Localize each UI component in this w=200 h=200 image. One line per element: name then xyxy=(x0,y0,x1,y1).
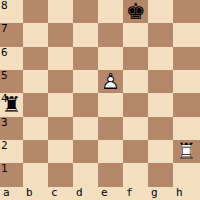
square-b6[interactable] xyxy=(23,47,48,70)
square-b7[interactable] xyxy=(23,23,48,46)
file-strip-b: b xyxy=(23,187,48,200)
square-g2[interactable] xyxy=(148,140,173,163)
square-a7[interactable]: 7 xyxy=(0,23,23,46)
file-label-b: b xyxy=(23,187,33,199)
file-strip-d: d xyxy=(73,187,98,200)
square-d4[interactable] xyxy=(73,93,98,116)
square-f3[interactable] xyxy=(123,117,148,140)
square-b2[interactable] xyxy=(23,140,48,163)
square-h4[interactable] xyxy=(173,93,200,116)
square-a5[interactable]: 5 xyxy=(0,70,23,93)
square-a1[interactable]: 1 xyxy=(0,163,23,186)
rank-label-4: 4 xyxy=(1,93,8,105)
square-h5[interactable] xyxy=(173,70,200,93)
square-e8[interactable] xyxy=(98,0,123,23)
square-c1[interactable] xyxy=(48,163,73,186)
square-f4[interactable] xyxy=(123,93,148,116)
rank-label-5: 5 xyxy=(1,70,8,82)
square-h1[interactable] xyxy=(173,163,200,186)
white-pawn[interactable]: ♟♙ xyxy=(101,71,121,93)
rank-label-1: 1 xyxy=(1,163,8,175)
square-d7[interactable] xyxy=(73,23,98,46)
square-b8[interactable] xyxy=(23,0,48,23)
file-label-d: d xyxy=(73,187,83,199)
file-label-h: h xyxy=(173,187,183,199)
square-f6[interactable] xyxy=(123,47,148,70)
square-c8[interactable] xyxy=(48,0,73,23)
square-e6[interactable] xyxy=(98,47,123,70)
file-label-e: e xyxy=(98,187,108,199)
square-c4[interactable] xyxy=(48,93,73,116)
square-d6[interactable] xyxy=(73,47,98,70)
square-f2[interactable] xyxy=(123,140,148,163)
white-rook[interactable]: ♜♖ xyxy=(177,141,197,163)
square-a8[interactable]: 8 xyxy=(0,0,23,23)
square-c5[interactable] xyxy=(48,70,73,93)
square-e7[interactable] xyxy=(98,23,123,46)
square-d2[interactable] xyxy=(73,140,98,163)
square-b3[interactable] xyxy=(23,117,48,140)
square-h2[interactable]: ♜♖ xyxy=(173,140,200,163)
white-rook-outline: ♖ xyxy=(177,139,197,164)
square-h7[interactable] xyxy=(173,23,200,46)
rank-label-3: 3 xyxy=(1,117,8,129)
file-strip-e: e xyxy=(98,187,123,200)
square-h3[interactable] xyxy=(173,117,200,140)
square-g3[interactable] xyxy=(148,117,173,140)
rank-label-6: 6 xyxy=(1,47,8,59)
square-e1[interactable] xyxy=(98,163,123,186)
black-king[interactable]: ♚ xyxy=(126,1,146,23)
square-e4[interactable] xyxy=(98,93,123,116)
square-c2[interactable] xyxy=(48,140,73,163)
square-f1[interactable] xyxy=(123,163,148,186)
square-e3[interactable] xyxy=(98,117,123,140)
square-d3[interactable] xyxy=(73,117,98,140)
file-label-a: a xyxy=(0,187,10,199)
chess-board: 8♚765♟♙4♜32♜♖1abcdefgh xyxy=(0,0,200,200)
square-g1[interactable] xyxy=(148,163,173,186)
file-strip-h: h xyxy=(173,187,200,200)
square-h6[interactable] xyxy=(173,47,200,70)
file-label-f: f xyxy=(123,187,133,199)
rank-label-8: 8 xyxy=(1,0,8,12)
square-e5[interactable]: ♟♙ xyxy=(98,70,123,93)
square-b5[interactable] xyxy=(23,70,48,93)
file-strip-f: f xyxy=(123,187,148,200)
file-strip-g: g xyxy=(148,187,173,200)
square-c7[interactable] xyxy=(48,23,73,46)
square-a4[interactable]: 4♜ xyxy=(0,93,23,116)
square-g8[interactable] xyxy=(148,0,173,23)
square-a2[interactable]: 2 xyxy=(0,140,23,163)
square-b4[interactable] xyxy=(23,93,48,116)
square-f8[interactable]: ♚ xyxy=(123,0,148,23)
file-strip-c: c xyxy=(48,187,73,200)
square-c3[interactable] xyxy=(48,117,73,140)
square-d8[interactable] xyxy=(73,0,98,23)
square-b1[interactable] xyxy=(23,163,48,186)
square-g5[interactable] xyxy=(148,70,173,93)
square-d1[interactable] xyxy=(73,163,98,186)
square-d5[interactable] xyxy=(73,70,98,93)
rank-label-7: 7 xyxy=(1,23,8,35)
square-h8[interactable] xyxy=(173,0,200,23)
rank-label-2: 2 xyxy=(1,140,8,152)
file-label-g: g xyxy=(148,187,158,199)
square-a6[interactable]: 6 xyxy=(0,47,23,70)
square-e2[interactable] xyxy=(98,140,123,163)
square-f5[interactable] xyxy=(123,70,148,93)
file-label-c: c xyxy=(48,187,58,199)
white-pawn-outline: ♙ xyxy=(101,69,121,94)
square-g7[interactable] xyxy=(148,23,173,46)
square-f7[interactable] xyxy=(123,23,148,46)
square-g4[interactable] xyxy=(148,93,173,116)
square-g6[interactable] xyxy=(148,47,173,70)
square-a3[interactable]: 3 xyxy=(0,117,23,140)
square-c6[interactable] xyxy=(48,47,73,70)
file-strip-a: a xyxy=(0,187,23,200)
